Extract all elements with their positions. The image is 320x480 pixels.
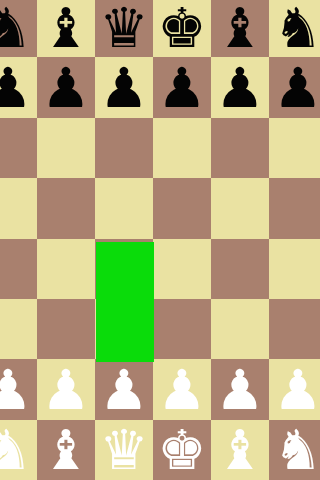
square-g6[interactable]	[269, 118, 320, 178]
square-c1[interactable]: ♝	[37, 420, 95, 480]
square-g1[interactable]: ♞	[269, 420, 320, 480]
square-d5[interactable]	[95, 178, 153, 238]
chess-board: ♜♞♝♛♚♝♞♜♟♟♟♟♟♟♟♟♟♟♟♟♟♟♟♟♜♞♝♛♚♝♞♜	[0, 0, 320, 480]
piece-white-pawn-d2[interactable]: ♟	[99, 363, 148, 418]
piece-black-pawn-e7[interactable]: ♟	[157, 61, 206, 116]
square-d8[interactable]: ♛	[95, 0, 153, 57]
square-b1[interactable]: ♞	[0, 420, 37, 480]
square-g2[interactable]: ♟	[269, 359, 320, 419]
square-g7[interactable]: ♟	[269, 57, 320, 117]
square-b3[interactable]	[0, 299, 37, 359]
piece-white-bishop-c1[interactable]: ♝	[41, 423, 90, 478]
square-e6[interactable]	[153, 118, 211, 178]
piece-white-pawn-f2[interactable]: ♟	[215, 363, 264, 418]
square-e4[interactable]	[153, 239, 211, 299]
piece-black-pawn-g7[interactable]: ♟	[273, 61, 320, 116]
square-d6[interactable]	[95, 118, 153, 178]
square-g3[interactable]	[269, 299, 320, 359]
piece-white-queen-d1[interactable]: ♛	[99, 423, 148, 478]
square-b8[interactable]: ♞	[0, 0, 37, 57]
piece-black-pawn-b7[interactable]: ♟	[0, 61, 33, 116]
piece-black-knight-g8[interactable]: ♞	[273, 1, 320, 56]
square-b7[interactable]: ♟	[0, 57, 37, 117]
piece-white-pawn-g2[interactable]: ♟	[273, 363, 320, 418]
square-e7[interactable]: ♟	[153, 57, 211, 117]
square-f7[interactable]: ♟	[211, 57, 269, 117]
square-c7[interactable]: ♟	[37, 57, 95, 117]
square-f6[interactable]	[211, 118, 269, 178]
square-b4[interactable]	[0, 239, 37, 299]
square-c4[interactable]	[37, 239, 95, 299]
piece-black-queen-d8[interactable]: ♛	[99, 1, 148, 56]
square-g4[interactable]	[269, 239, 320, 299]
square-e8[interactable]: ♚	[153, 0, 211, 57]
square-b2[interactable]: ♟	[0, 359, 37, 419]
square-f3[interactable]	[211, 299, 269, 359]
piece-white-pawn-b2[interactable]: ♟	[0, 363, 33, 418]
square-b5[interactable]	[0, 178, 37, 238]
move-highlight-d3[interactable]	[96, 302, 154, 362]
square-f4[interactable]	[211, 239, 269, 299]
piece-black-pawn-d7[interactable]: ♟	[99, 61, 148, 116]
square-d7[interactable]: ♟	[95, 57, 153, 117]
square-e3[interactable]	[153, 299, 211, 359]
piece-black-bishop-f8[interactable]: ♝	[215, 1, 264, 56]
square-f2[interactable]: ♟	[211, 359, 269, 419]
piece-white-knight-b1[interactable]: ♞	[0, 423, 33, 478]
square-c6[interactable]	[37, 118, 95, 178]
square-f5[interactable]	[211, 178, 269, 238]
chess-app-screen: ♜♞♝♛♚♝♞♜♟♟♟♟♟♟♟♟♟♟♟♟♟♟♟♟♜♞♝♛♚♝♞♜	[0, 0, 320, 480]
square-d2[interactable]: ♟	[95, 359, 153, 419]
move-highlight-d4[interactable]	[96, 242, 154, 302]
piece-black-king-e8[interactable]: ♚	[157, 1, 206, 56]
piece-black-pawn-c7[interactable]: ♟	[41, 61, 90, 116]
square-f1[interactable]: ♝	[211, 420, 269, 480]
square-c3[interactable]	[37, 299, 95, 359]
square-d1[interactable]: ♛	[95, 420, 153, 480]
square-e5[interactable]	[153, 178, 211, 238]
piece-white-pawn-c2[interactable]: ♟	[41, 363, 90, 418]
square-e1[interactable]: ♚	[153, 420, 211, 480]
square-c5[interactable]	[37, 178, 95, 238]
piece-white-bishop-f1[interactable]: ♝	[215, 423, 264, 478]
square-f8[interactable]: ♝	[211, 0, 269, 57]
piece-white-king-e1[interactable]: ♚	[157, 423, 206, 478]
square-b6[interactable]	[0, 118, 37, 178]
piece-white-knight-g1[interactable]: ♞	[273, 423, 320, 478]
piece-black-pawn-f7[interactable]: ♟	[215, 61, 264, 116]
square-c2[interactable]: ♟	[37, 359, 95, 419]
square-g8[interactable]: ♞	[269, 0, 320, 57]
piece-white-pawn-e2[interactable]: ♟	[157, 363, 206, 418]
square-c8[interactable]: ♝	[37, 0, 95, 57]
square-g5[interactable]	[269, 178, 320, 238]
piece-black-bishop-c8[interactable]: ♝	[41, 1, 90, 56]
piece-black-knight-b8[interactable]: ♞	[0, 1, 33, 56]
square-e2[interactable]: ♟	[153, 359, 211, 419]
